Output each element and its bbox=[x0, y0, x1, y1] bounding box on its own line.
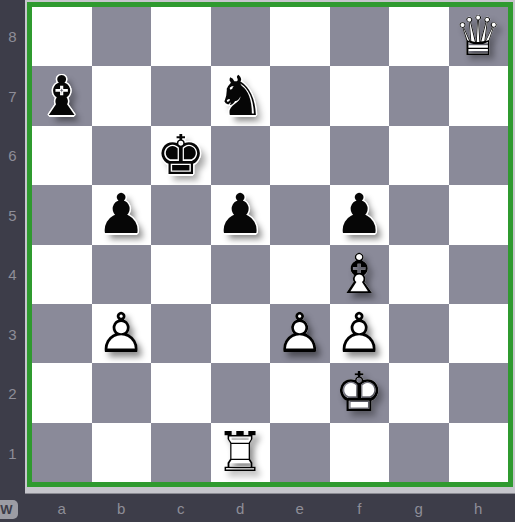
square-c1[interactable] bbox=[151, 423, 211, 482]
square-d4[interactable] bbox=[211, 245, 271, 304]
black-pawn-icon: ♟ bbox=[216, 187, 265, 242]
white-pawn-icon: ♙ bbox=[275, 306, 324, 361]
square-a6[interactable] bbox=[32, 126, 92, 185]
square-g5[interactable] bbox=[389, 185, 449, 244]
square-g3[interactable] bbox=[389, 304, 449, 363]
square-f3[interactable]: ♟♙ bbox=[330, 304, 390, 363]
square-g4[interactable] bbox=[389, 245, 449, 304]
square-e7[interactable] bbox=[270, 66, 330, 125]
square-b7[interactable] bbox=[92, 66, 152, 125]
square-f8[interactable] bbox=[330, 7, 390, 66]
square-h8[interactable]: ♛♕ bbox=[449, 7, 509, 66]
square-c8[interactable] bbox=[151, 7, 211, 66]
rank-label-8: 8 bbox=[0, 7, 25, 67]
square-e5[interactable] bbox=[270, 185, 330, 244]
piece-black-knight[interactable]: ♞ bbox=[211, 66, 271, 125]
square-a7[interactable]: ♝ bbox=[32, 66, 92, 125]
rank-label-6: 6 bbox=[0, 126, 25, 186]
square-h1[interactable] bbox=[449, 423, 509, 482]
rank-labels-sidebar: 87654321 bbox=[0, 0, 25, 494]
white-pawn-icon: ♙ bbox=[335, 306, 384, 361]
square-f6[interactable] bbox=[330, 126, 390, 185]
square-e4[interactable] bbox=[270, 245, 330, 304]
white-pawn-icon: ♙ bbox=[97, 306, 146, 361]
square-b1[interactable] bbox=[92, 423, 152, 482]
file-labels-bar: abcdefgh bbox=[0, 494, 515, 522]
square-g2[interactable] bbox=[389, 363, 449, 422]
square-d2[interactable] bbox=[211, 363, 271, 422]
square-f2[interactable]: ♚♔ bbox=[330, 363, 390, 422]
piece-black-pawn[interactable]: ♟ bbox=[92, 185, 152, 244]
turn-indicator-badge: W bbox=[0, 500, 18, 519]
square-g8[interactable] bbox=[389, 7, 449, 66]
square-a3[interactable] bbox=[32, 304, 92, 363]
square-d5[interactable]: ♟ bbox=[211, 185, 271, 244]
white-rook-icon: ♖ bbox=[216, 425, 265, 480]
board-frame: ♛♕♝♞♚♟♟♟♝♗♟♙♟♙♟♙♚♔♜♖ bbox=[25, 0, 515, 494]
square-h6[interactable] bbox=[449, 126, 509, 185]
piece-black-bishop[interactable]: ♝ bbox=[32, 66, 92, 125]
square-c5[interactable] bbox=[151, 185, 211, 244]
square-f5[interactable]: ♟ bbox=[330, 185, 390, 244]
piece-white-king[interactable]: ♚♔ bbox=[330, 363, 390, 422]
square-d1[interactable]: ♜♖ bbox=[211, 423, 271, 482]
black-pawn-icon: ♟ bbox=[335, 187, 384, 242]
square-h4[interactable] bbox=[449, 245, 509, 304]
file-label-a: a bbox=[32, 494, 92, 522]
square-h3[interactable] bbox=[449, 304, 509, 363]
white-king-icon: ♔ bbox=[335, 365, 384, 420]
square-e1[interactable] bbox=[270, 423, 330, 482]
black-pawn-icon: ♟ bbox=[97, 187, 146, 242]
rank-label-3: 3 bbox=[0, 305, 25, 365]
board-border: ♛♕♝♞♚♟♟♟♝♗♟♙♟♙♟♙♚♔♜♖ bbox=[27, 2, 513, 487]
square-c4[interactable] bbox=[151, 245, 211, 304]
square-b3[interactable]: ♟♙ bbox=[92, 304, 152, 363]
square-h7[interactable] bbox=[449, 66, 509, 125]
black-king-icon: ♚ bbox=[156, 128, 205, 183]
square-g1[interactable] bbox=[389, 423, 449, 482]
square-c7[interactable] bbox=[151, 66, 211, 125]
chess-app-window: 87654321 ♛♕♝♞♚♟♟♟♝♗♟♙♟♙♟♙♚♔♜♖ abcdefgh W bbox=[0, 0, 515, 522]
rank-label-1: 1 bbox=[0, 424, 25, 484]
piece-black-pawn[interactable]: ♟ bbox=[211, 185, 271, 244]
square-a4[interactable] bbox=[32, 245, 92, 304]
rank-label-7: 7 bbox=[0, 67, 25, 127]
piece-white-queen[interactable]: ♛♕ bbox=[449, 7, 509, 66]
square-a1[interactable] bbox=[32, 423, 92, 482]
square-a5[interactable] bbox=[32, 185, 92, 244]
square-a8[interactable] bbox=[32, 7, 92, 66]
piece-white-pawn[interactable]: ♟♙ bbox=[270, 304, 330, 363]
piece-black-king[interactable]: ♚ bbox=[151, 126, 211, 185]
piece-white-pawn[interactable]: ♟♙ bbox=[330, 304, 390, 363]
square-d3[interactable] bbox=[211, 304, 271, 363]
file-label-d: d bbox=[211, 494, 271, 522]
square-e2[interactable] bbox=[270, 363, 330, 422]
square-b8[interactable] bbox=[92, 7, 152, 66]
black-bishop-icon: ♝ bbox=[37, 69, 86, 124]
square-a2[interactable] bbox=[32, 363, 92, 422]
square-d7[interactable]: ♞ bbox=[211, 66, 271, 125]
square-g6[interactable] bbox=[389, 126, 449, 185]
square-b4[interactable] bbox=[92, 245, 152, 304]
rank-label-5: 5 bbox=[0, 186, 25, 246]
square-c3[interactable] bbox=[151, 304, 211, 363]
piece-white-bishop[interactable]: ♝♗ bbox=[330, 245, 390, 304]
square-g7[interactable] bbox=[389, 66, 449, 125]
square-d6[interactable] bbox=[211, 126, 271, 185]
square-h5[interactable] bbox=[449, 185, 509, 244]
square-h2[interactable] bbox=[449, 363, 509, 422]
piece-black-pawn[interactable]: ♟ bbox=[330, 185, 390, 244]
square-e8[interactable] bbox=[270, 7, 330, 66]
file-label-f: f bbox=[330, 494, 390, 522]
square-b6[interactable] bbox=[92, 126, 152, 185]
white-bishop-icon: ♗ bbox=[335, 247, 384, 302]
white-queen-icon: ♕ bbox=[454, 9, 503, 64]
square-f1[interactable] bbox=[330, 423, 390, 482]
square-b2[interactable] bbox=[92, 363, 152, 422]
rank-label-2: 2 bbox=[0, 364, 25, 424]
file-label-g: g bbox=[389, 494, 449, 522]
file-label-e: e bbox=[270, 494, 330, 522]
square-e3[interactable]: ♟♙ bbox=[270, 304, 330, 363]
black-knight-icon: ♞ bbox=[216, 69, 265, 124]
square-f4[interactable]: ♝♗ bbox=[330, 245, 390, 304]
square-f7[interactable] bbox=[330, 66, 390, 125]
square-b5[interactable]: ♟ bbox=[92, 185, 152, 244]
file-label-b: b bbox=[92, 494, 152, 522]
piece-white-rook[interactable]: ♜♖ bbox=[211, 423, 271, 482]
square-d8[interactable] bbox=[211, 7, 271, 66]
square-c2[interactable] bbox=[151, 363, 211, 422]
square-c6[interactable]: ♚ bbox=[151, 126, 211, 185]
piece-white-pawn[interactable]: ♟♙ bbox=[92, 304, 152, 363]
chess-board: ♛♕♝♞♚♟♟♟♝♗♟♙♟♙♟♙♚♔♜♖ bbox=[32, 7, 508, 482]
square-e6[interactable] bbox=[270, 126, 330, 185]
file-label-c: c bbox=[151, 494, 211, 522]
file-label-h: h bbox=[449, 494, 509, 522]
rank-label-4: 4 bbox=[0, 245, 25, 305]
